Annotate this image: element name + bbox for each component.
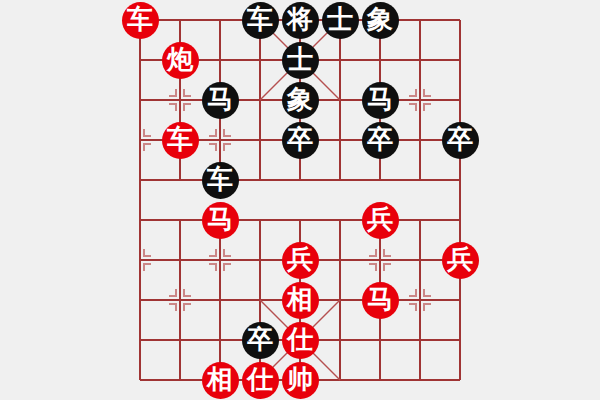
piece-glyph: 车	[247, 6, 273, 32]
piece-black-chariot[interactable]: 车	[202, 162, 239, 199]
piece-red-general[interactable]: 帅	[282, 362, 319, 399]
piece-red-elephant[interactable]: 相	[202, 362, 239, 399]
piece-glyph: 士	[287, 46, 313, 72]
piece-glyph: 帅	[287, 366, 313, 392]
piece-red-chariot[interactable]: 车	[162, 122, 199, 159]
piece-glyph: 车	[167, 126, 193, 152]
piece-glyph: 车	[207, 166, 233, 192]
piece-red-soldier[interactable]: 兵	[282, 242, 319, 279]
piece-glyph: 相	[287, 286, 313, 312]
piece-glyph: 马	[367, 86, 393, 112]
piece-black-soldier[interactable]: 卒	[242, 322, 279, 359]
piece-black-elephant[interactable]: 象	[362, 2, 399, 39]
piece-black-advisor[interactable]: 士	[282, 42, 319, 79]
piece-glyph: 马	[207, 206, 233, 232]
piece-black-general[interactable]: 将	[282, 2, 319, 39]
piece-glyph: 卒	[447, 126, 473, 152]
piece-glyph: 将	[287, 6, 313, 32]
piece-glyph: 马	[367, 286, 393, 312]
piece-red-soldier[interactable]: 兵	[362, 202, 399, 239]
piece-glyph: 兵	[367, 206, 393, 232]
piece-glyph: 卒	[287, 126, 313, 152]
piece-black-soldier[interactable]: 卒	[282, 122, 319, 159]
piece-glyph: 马	[207, 86, 233, 112]
piece-black-advisor[interactable]: 士	[322, 2, 359, 39]
piece-black-chariot[interactable]: 车	[242, 2, 279, 39]
piece-glyph: 兵	[287, 246, 313, 272]
piece-glyph: 仕	[247, 366, 273, 392]
piece-glyph: 炮	[167, 46, 193, 72]
piece-glyph: 仕	[287, 326, 313, 352]
piece-red-advisor[interactable]: 仕	[282, 322, 319, 359]
piece-black-horse[interactable]: 马	[362, 82, 399, 119]
piece-glyph: 象	[287, 86, 313, 112]
piece-red-soldier[interactable]: 兵	[442, 242, 479, 279]
piece-red-cannon[interactable]: 炮	[162, 42, 199, 79]
piece-red-horse[interactable]: 马	[362, 282, 399, 319]
piece-glyph: 相	[207, 366, 233, 392]
piece-red-elephant[interactable]: 相	[282, 282, 319, 319]
piece-glyph: 兵	[447, 246, 473, 272]
piece-black-elephant[interactable]: 象	[282, 82, 319, 119]
piece-black-soldier[interactable]: 卒	[442, 122, 479, 159]
piece-red-horse[interactable]: 马	[202, 202, 239, 239]
xiangqi-app: 车车将士象炮士马象马车卒卒卒车马兵兵兵相马卒仕相仕帅	[0, 0, 600, 400]
piece-red-advisor[interactable]: 仕	[242, 362, 279, 399]
piece-glyph: 卒	[367, 126, 393, 152]
piece-glyph: 卒	[247, 326, 273, 352]
piece-glyph: 车	[127, 6, 153, 32]
piece-black-horse[interactable]: 马	[202, 82, 239, 119]
piece-glyph: 象	[367, 6, 393, 32]
board-pieces: 车车将士象炮士马象马车卒卒卒车马兵兵兵相马卒仕相仕帅	[120, 0, 480, 400]
piece-black-soldier[interactable]: 卒	[362, 122, 399, 159]
piece-red-chariot[interactable]: 车	[122, 2, 159, 39]
piece-glyph: 士	[327, 6, 353, 32]
